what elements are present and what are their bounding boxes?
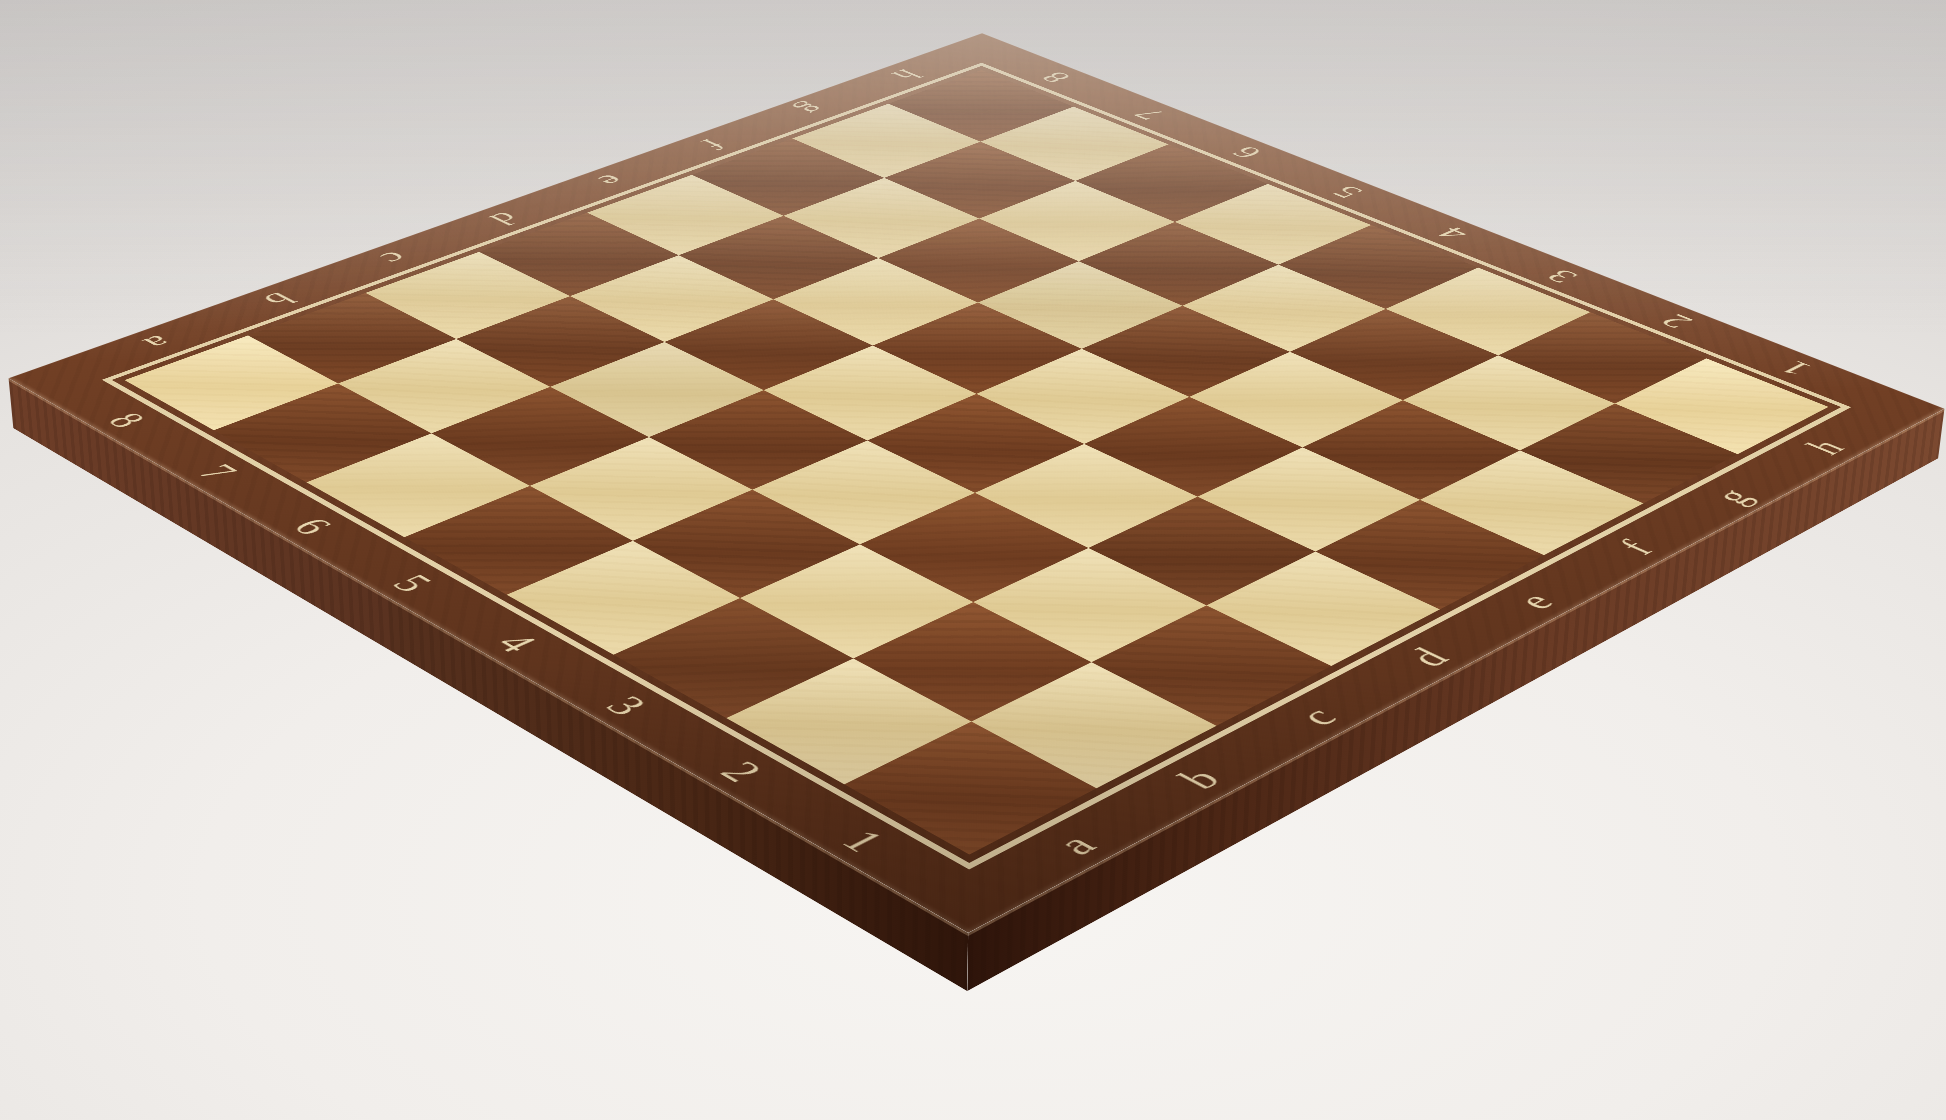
square-a7 <box>213 383 431 482</box>
coord-file-far-d: d <box>482 208 526 227</box>
square-h8 <box>888 70 1073 141</box>
square-a6 <box>306 433 529 537</box>
studio-background: 1aa12bb23cc34dd45ee56ff67gg78hh8 <box>0 0 1946 1120</box>
square-f2 <box>1302 400 1520 500</box>
coord-file-near-g: g <box>1705 483 1759 508</box>
square-d3 <box>974 443 1197 547</box>
coord-rank-near-5: 5 <box>384 570 441 596</box>
coord-file-near-f: f <box>1610 535 1660 558</box>
coord-file-near-c: c <box>1288 702 1344 731</box>
square-g6 <box>979 180 1175 260</box>
square-f7 <box>783 177 979 257</box>
square-g7 <box>883 141 1075 218</box>
coord-rank-far-2: 2 <box>1653 310 1699 330</box>
square-b3 <box>739 544 972 658</box>
coord-file-far-e: e <box>590 171 632 189</box>
square-f4 <box>1081 305 1289 396</box>
square-a4 <box>506 540 739 654</box>
coord-rank-far-5: 5 <box>1326 182 1370 200</box>
coord-rank-near-8: 8 <box>100 408 154 431</box>
board-side-face-right <box>967 408 1944 990</box>
playing-field <box>124 70 1828 854</box>
coord-rank-near-7: 7 <box>190 460 245 484</box>
chess-board: 1aa12bb23cc34dd45ee56ff67gg78hh8 <box>8 33 1944 932</box>
maple-inlay-line <box>101 62 1850 869</box>
coord-rank-near-1: 1 <box>832 824 893 856</box>
square-b5 <box>529 436 752 540</box>
board-top-surface: 1aa12bb23cc34dd45ee56ff67gg78hh8 <box>8 33 1944 932</box>
square-c7 <box>456 296 664 387</box>
square-g5 <box>1078 221 1278 305</box>
square-c3 <box>860 492 1088 601</box>
coord-file-far-a: a <box>136 331 180 352</box>
square-g8 <box>792 103 980 177</box>
coord-rank-far-4: 4 <box>1430 223 1475 242</box>
square-g2 <box>1402 355 1615 450</box>
square-c8 <box>365 251 569 338</box>
coord-rank-near-3: 3 <box>597 691 656 720</box>
square-a3 <box>613 598 852 718</box>
square-f1 <box>1420 450 1643 554</box>
square-c6 <box>550 342 763 437</box>
coord-rank-far-8: 8 <box>1035 69 1077 85</box>
square-f6 <box>878 218 1078 302</box>
square-h7 <box>980 106 1168 180</box>
square-d6 <box>664 299 872 390</box>
square-c4 <box>752 440 975 544</box>
square-a2 <box>726 658 971 784</box>
square-b7 <box>337 338 550 433</box>
coord-file-near-a: a <box>1046 828 1104 860</box>
square-d1 <box>1206 551 1439 666</box>
board-shadow <box>0 41 1946 1106</box>
square-b1 <box>971 662 1216 788</box>
square-g3 <box>1289 308 1497 399</box>
square-h4 <box>1278 224 1478 308</box>
coord-file-near-e: e <box>1507 587 1562 613</box>
coord-rank-far-1: 1 <box>1772 357 1818 378</box>
square-g4 <box>1181 264 1385 351</box>
coord-file-far-c: c <box>372 248 415 267</box>
square-d5 <box>763 345 976 440</box>
square-e1 <box>1316 499 1544 608</box>
square-b8 <box>247 292 455 383</box>
square-h3 <box>1386 267 1590 355</box>
coord-rank-far-3: 3 <box>1540 266 1585 286</box>
square-g1 <box>1520 403 1738 503</box>
square-c5 <box>649 390 867 489</box>
square-e6 <box>773 258 977 345</box>
square-h1 <box>1615 358 1828 454</box>
square-a5 <box>404 485 632 594</box>
coord-rank-far-6: 6 <box>1225 143 1268 160</box>
board-side-face-left <box>8 378 967 991</box>
coord-file-far-f: f <box>694 135 732 151</box>
square-e4 <box>976 348 1189 443</box>
coord-file-near-h: h <box>1797 435 1851 458</box>
square-h2 <box>1498 312 1706 403</box>
square-b6 <box>431 386 649 485</box>
square-c2 <box>973 547 1206 661</box>
square-b4 <box>632 489 860 598</box>
square-e8 <box>587 174 783 254</box>
square-e3 <box>1084 396 1302 496</box>
square-d8 <box>478 212 678 295</box>
square-a1 <box>844 721 1096 854</box>
coord-rank-near-4: 4 <box>488 629 546 656</box>
coord-rank-near-2: 2 <box>712 756 772 786</box>
coord-file-near-d: d <box>1399 643 1456 671</box>
square-f3 <box>1189 351 1402 446</box>
square-a8 <box>124 335 337 430</box>
coord-file-near-b: b <box>1169 762 1228 793</box>
square-h5 <box>1175 183 1371 264</box>
coord-file-far-h: h <box>885 66 927 82</box>
square-d2 <box>1088 496 1316 605</box>
square-c1 <box>1091 605 1330 725</box>
far-edge-haze <box>8 33 1944 932</box>
coord-rank-far-7: 7 <box>1128 105 1171 122</box>
coordinate-labels: 1aa12bb23cc34dd45ee56ff67gg78hh8 <box>8 33 1944 932</box>
square-e5 <box>873 302 1081 393</box>
square-d4 <box>866 393 1084 492</box>
coord-rank-near-6: 6 <box>285 513 341 538</box>
square-f8 <box>691 138 883 215</box>
square-e7 <box>678 215 878 299</box>
coord-file-far-g: g <box>790 100 833 117</box>
square-h6 <box>1075 144 1267 221</box>
square-d7 <box>569 255 773 342</box>
square-f5 <box>977 261 1181 348</box>
photo-scene: 1aa12bb23cc34dd45ee56ff67gg78hh8 <box>0 0 1946 1120</box>
coord-file-far-b: b <box>256 288 302 309</box>
square-b2 <box>852 601 1091 721</box>
square-e2 <box>1197 447 1420 551</box>
